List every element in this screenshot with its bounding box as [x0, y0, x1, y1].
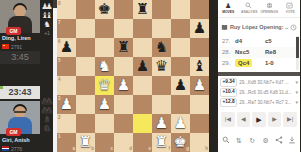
square-b7[interactable] [76, 19, 95, 38]
magnifier-icon [239, 2, 260, 10]
square-a4[interactable]: 4 [57, 76, 76, 95]
piece-black-bishop[interactable]: ♝ [190, 57, 209, 76]
square-d8[interactable] [114, 0, 133, 19]
piece-white-queen[interactable]: ♛ [95, 76, 114, 95]
square-c7[interactable] [95, 19, 114, 38]
eval-badge: +10.4 [220, 88, 237, 97]
captured-black-pieces: ♟♟ [40, 106, 54, 115]
piece-black-knight[interactable]: ♞ [152, 38, 171, 57]
square-e7[interactable] [133, 19, 152, 38]
square-a7[interactable]: 7 [57, 19, 76, 38]
opening-name-row[interactable]: Ruy López Opening: ... [221, 21, 297, 33]
piece-white-pawn[interactable]: ♟ [152, 114, 171, 133]
share-icon[interactable] [275, 136, 284, 145]
square-f5[interactable]: ♛ [152, 57, 171, 76]
piece-black-queen[interactable]: ♛ [152, 57, 171, 76]
chess-board[interactable]: 8♚♜7♟6♟♜♞5♞♟♛♝4♛♟♟♟3♟♟2♟♟1ab♜cdef♜g♚h [57, 0, 209, 152]
square-c1[interactable]: c [95, 133, 114, 152]
square-h5[interactable]: ♝ [190, 57, 209, 76]
square-g2[interactable]: ♟ [171, 114, 190, 133]
square-e1[interactable]: e [133, 133, 152, 152]
engine-line[interactable]: +12.8 29...Ra7 30.Nb7+ Rc7 3... ▾ [220, 97, 300, 107]
file-label: h [205, 146, 208, 151]
square-c4[interactable]: ♛ [95, 76, 114, 95]
square-e5[interactable]: ♟ [133, 57, 152, 76]
captured-white-pieces: ♝♝ [40, 11, 54, 20]
reload-icon[interactable]: ↻ [248, 136, 257, 145]
piece-black-king[interactable]: ♚ [95, 0, 114, 19]
piece-white-king[interactable]: ♚ [171, 133, 190, 152]
chevron-down-icon[interactable]: ▾ [295, 99, 298, 105]
square-g4[interactable]: ♟ [171, 76, 190, 95]
square-d6[interactable]: ♜ [114, 38, 133, 57]
pawn-icon: ♟ [218, 2, 239, 10]
piece-black-pawn[interactable]: ♟ [57, 38, 76, 57]
panel-divider[interactable] [218, 72, 300, 76]
player-meta-top: 2791 [2, 44, 40, 49]
file-label: c [110, 146, 113, 151]
ballot-icon [280, 2, 301, 10]
square-a8[interactable]: 8 [57, 0, 76, 19]
game-result: 1-0 [265, 58, 274, 69]
square-e6[interactable] [133, 38, 152, 57]
player-rating-bottom: 2776 [11, 146, 22, 152]
move-row: 28. Nxc5 Re8 [218, 47, 296, 58]
toolbar: ⇅ ↻ ⚙ [221, 133, 297, 147]
square-a2[interactable]: 2 [57, 114, 76, 133]
tab-openings[interactable]: OPENINGS [259, 1, 280, 17]
back-button[interactable]: ◀ [237, 112, 251, 127]
square-b8[interactable] [76, 0, 95, 19]
engine-line[interactable]: +9.34 29...Kd8 30.Nb7+ Kd7 ... ▾ [220, 77, 300, 87]
player-name-top[interactable]: Ding, Liren [2, 35, 40, 41]
gm-badge-bottom: GM [6, 128, 21, 136]
tab-moves[interactable]: ♟ MOVES [218, 1, 239, 17]
square-e2[interactable] [133, 114, 152, 133]
square-f3[interactable] [152, 95, 171, 114]
globe-icon [259, 2, 280, 10]
captured-black-pieces: ♝ [40, 115, 54, 124]
square-h3[interactable] [190, 95, 209, 114]
square-h8[interactable] [190, 0, 209, 19]
square-h7[interactable]: ♟ [190, 19, 209, 38]
captured-white-pieces: ♟♟ [40, 2, 54, 11]
play-button[interactable]: ▶ [252, 112, 266, 127]
square-f1[interactable]: f♜ [152, 133, 171, 152]
rank-label: 2 [58, 115, 61, 120]
captured-black-pieces: ♞ [40, 124, 54, 133]
square-d7[interactable] [114, 19, 133, 38]
china-flag-icon [2, 44, 9, 49]
engine-line[interactable]: +10.4 29...Rc6 30.d5 Kd8 31.d... ▾ [220, 87, 300, 97]
piece-black-pawn[interactable]: ♟ [171, 76, 190, 95]
piece-black-rook[interactable]: ♜ [133, 0, 152, 19]
jump-start-button[interactable]: |◀ [221, 112, 235, 127]
netherlands-flag-icon [2, 146, 9, 151]
engine-line-moves: 29...Ra7 30.Nb7+ Rc7 3... [239, 100, 293, 105]
active-turn-indicator [0, 86, 3, 89]
tab-analysis[interactable]: ANALYSIS [239, 1, 260, 17]
square-e4[interactable] [133, 76, 152, 95]
piece-white-pawn[interactable]: ♟ [190, 76, 209, 95]
piece-black-pawn[interactable]: ♟ [190, 19, 209, 38]
move-white[interactable]: Nxc5 [235, 47, 249, 58]
chevron-down-icon[interactable]: ▾ [295, 79, 298, 85]
square-b2[interactable] [76, 114, 95, 133]
square-g6[interactable] [171, 38, 190, 57]
piece-black-pawn[interactable]: ♟ [133, 57, 152, 76]
jump-end-button[interactable]: ▶| [283, 112, 297, 127]
square-f8[interactable] [152, 0, 171, 19]
square-c3[interactable]: ♟ [95, 95, 114, 114]
square-d2[interactable] [114, 114, 133, 133]
move-white[interactable]: d4 [235, 36, 242, 47]
file-label: e [148, 146, 151, 151]
square-d3[interactable] [114, 95, 133, 114]
square-e3[interactable] [133, 95, 152, 114]
square-g1[interactable]: g♚ [171, 133, 190, 152]
square-d5[interactable] [114, 57, 133, 76]
flip-board-icon[interactable]: ⇅ [234, 136, 243, 145]
rank-label: 8 [58, 1, 61, 6]
players-sidebar: GM Ding, Liren 2791 3:45 23:43 GM Giri, … [0, 0, 40, 152]
captured-black-pieces: ♟♟ [40, 97, 54, 106]
square-c5[interactable]: ♞ [95, 57, 114, 76]
piece-white-rook[interactable]: ♜ [76, 133, 95, 152]
navigation-buttons: |◀ ◀ ▶ ▶ ▶| [221, 112, 297, 127]
piece-white-pawn[interactable]: ♟ [171, 114, 190, 133]
move-white-current[interactable]: Qc4 [235, 58, 252, 69]
clock-bottom: 23:43 [0, 86, 40, 99]
gm-badge-top: GM [6, 27, 21, 35]
panel-tabs: ♟ MOVES ANALYSIS OPENINGS VOTE [218, 1, 300, 18]
square-f7[interactable] [152, 19, 171, 38]
square-e8[interactable]: ♜ [133, 0, 152, 19]
eval-badge: +12.8 [220, 98, 237, 107]
download-icon[interactable] [288, 136, 297, 145]
chevron-down-icon[interactable]: ▾ [295, 89, 298, 95]
rank-label: 7 [58, 20, 61, 25]
engine-line-moves: 29...Kd8 30.Nb7+ Kd7 ... [239, 80, 293, 85]
captured-pieces-bottom: ♟♟♟♟♝♞ [40, 97, 54, 133]
piece-black-rook[interactable]: ♜ [114, 38, 133, 57]
captured-pieces-top: ♟♟♝♝♞+1 [40, 2, 54, 38]
square-d1[interactable]: d [114, 133, 133, 152]
move-row: 29. Qc4 1-0 [218, 58, 296, 69]
square-b6[interactable] [76, 38, 95, 57]
move-row: 27. d4 c5 [218, 36, 296, 47]
rank-label: 5 [58, 58, 61, 63]
square-c2[interactable] [95, 114, 114, 133]
book-icon [221, 24, 228, 31]
square-g8[interactable] [171, 0, 190, 19]
player-meta-bottom: 2776 [2, 146, 40, 151]
piece-white-pawn[interactable]: ♟ [57, 95, 76, 114]
move-black[interactable]: c5 [265, 36, 272, 47]
move-number: 28. [222, 47, 230, 58]
square-g7[interactable] [171, 19, 190, 38]
square-a6[interactable]: 6♟ [57, 38, 76, 57]
square-h2[interactable] [190, 114, 209, 133]
rank-label: 1 [58, 134, 61, 139]
square-h1[interactable]: h [190, 133, 209, 152]
rank-label: 4 [58, 77, 61, 82]
square-a3[interactable]: 3♟ [57, 95, 76, 114]
moves-scrollbar[interactable] [296, 36, 299, 70]
square-c8[interactable]: ♚ [95, 0, 114, 19]
file-label: d [129, 146, 132, 151]
square-f6[interactable]: ♞ [152, 38, 171, 57]
tab-vote[interactable]: VOTE [280, 1, 301, 17]
square-d4[interactable]: ♟ [114, 76, 133, 95]
square-h4[interactable]: ♟ [190, 76, 209, 95]
square-f4[interactable] [152, 76, 171, 95]
history-icon[interactable] [290, 24, 297, 31]
player-rating-top: 2791 [11, 44, 22, 50]
captured-white-pieces: ♞ [40, 20, 54, 29]
forward-button[interactable]: ▶ [268, 112, 282, 127]
square-b5[interactable] [76, 57, 95, 76]
square-f2[interactable]: ♟ [152, 114, 171, 133]
engine-line-moves: 29...Rc6 30.d5 Kd8 31.d... [239, 90, 293, 95]
square-b1[interactable]: b♜ [76, 133, 95, 152]
square-g5[interactable] [171, 57, 190, 76]
piece-white-knight[interactable]: ♞ [95, 57, 114, 76]
move-number: 27. [222, 36, 230, 47]
eval-badge: +9.34 [220, 78, 237, 87]
opening-name: Ruy López Opening: ... [230, 24, 288, 30]
square-g3[interactable] [171, 95, 190, 114]
piece-white-pawn[interactable]: ♟ [114, 76, 133, 95]
scrollbar-thumb[interactable] [296, 37, 299, 58]
square-a1[interactable]: 1a [57, 133, 76, 152]
player-name-bottom[interactable]: Giri, Anish [2, 137, 40, 143]
square-c6[interactable] [95, 38, 114, 57]
file-label: a [72, 146, 75, 151]
analysis-panel: ♟ MOVES ANALYSIS OPENINGS VOTE Ruy López… [218, 0, 300, 152]
clock-bottom-time: 23:43 [8, 87, 31, 97]
square-b4[interactable] [76, 76, 95, 95]
clock-top: 3:45 [0, 51, 40, 64]
settings-icon[interactable]: ⚙ [261, 136, 270, 145]
move-number: 29. [222, 58, 230, 69]
square-h6[interactable] [190, 38, 209, 57]
move-black[interactable]: Re8 [265, 47, 276, 58]
material-advantage: +1 [40, 29, 54, 38]
piece-white-rook[interactable]: ♜ [152, 133, 171, 152]
square-a5[interactable]: 5 [57, 57, 76, 76]
piece-white-pawn[interactable]: ♟ [95, 95, 114, 114]
magnifier-icon[interactable] [221, 136, 230, 145]
square-b3[interactable] [76, 95, 95, 114]
avatar-glasses [14, 111, 26, 113]
